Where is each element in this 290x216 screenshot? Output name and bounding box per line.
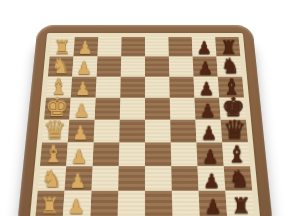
square-b4[interactable] bbox=[118, 166, 145, 191]
square-b5[interactable] bbox=[145, 166, 172, 191]
square-b3[interactable] bbox=[91, 166, 118, 191]
square-a1[interactable]: ♜ bbox=[35, 191, 64, 216]
square-a2[interactable]: ♟ bbox=[63, 191, 92, 216]
piece-black-bishop-c8[interactable]: ♝ bbox=[226, 143, 247, 166]
square-d2[interactable]: ♟ bbox=[68, 120, 95, 143]
square-c8[interactable]: ♝ bbox=[222, 142, 250, 166]
square-c3[interactable] bbox=[92, 142, 119, 166]
square-g2[interactable]: ♟ bbox=[72, 56, 97, 76]
square-d6[interactable] bbox=[170, 120, 196, 143]
piece-white-pawn-a2[interactable]: ♟ bbox=[68, 197, 86, 216]
square-a7[interactable]: ♟ bbox=[199, 191, 228, 216]
square-f6[interactable] bbox=[169, 77, 194, 98]
square-e4[interactable] bbox=[120, 98, 145, 120]
square-h7[interactable]: ♟ bbox=[192, 37, 217, 57]
piece-black-pawn-b7[interactable]: ♟ bbox=[203, 172, 220, 191]
square-b6[interactable] bbox=[171, 166, 198, 191]
square-g5[interactable] bbox=[145, 56, 169, 76]
board-grid: ♜♟♟♜♞♟♟♞♝♟♟♝♚♟♟♚♛♟♟♛♝♟♟♝♞♟♟♞♜♟♟♜ bbox=[35, 37, 254, 216]
square-f2[interactable]: ♟ bbox=[71, 77, 97, 98]
square-c6[interactable] bbox=[171, 142, 198, 166]
square-e7[interactable]: ♟ bbox=[194, 98, 220, 120]
square-h5[interactable] bbox=[145, 37, 169, 57]
piece-white-pawn-h2[interactable]: ♟ bbox=[78, 40, 93, 57]
square-b1[interactable]: ♞ bbox=[38, 166, 66, 191]
square-g4[interactable] bbox=[121, 56, 145, 76]
piece-white-pawn-f2[interactable]: ♟ bbox=[75, 80, 91, 98]
piece-black-pawn-d7[interactable]: ♟ bbox=[201, 124, 218, 143]
square-h2[interactable]: ♟ bbox=[74, 37, 99, 57]
square-e5[interactable] bbox=[145, 98, 170, 120]
chess-board: ♜♟♟♜♞♟♟♞♝♟♟♝♚♟♟♚♛♟♟♛♝♟♟♝♞♟♟♞♜♟♟♜ bbox=[16, 25, 274, 216]
square-f3[interactable] bbox=[96, 77, 121, 98]
piece-black-pawn-g7[interactable]: ♟ bbox=[198, 60, 214, 77]
piece-white-rook-a1[interactable]: ♜ bbox=[39, 195, 59, 216]
square-c1[interactable]: ♝ bbox=[40, 142, 68, 166]
square-b8[interactable]: ♞ bbox=[224, 166, 252, 191]
square-h4[interactable] bbox=[121, 37, 145, 57]
square-h3[interactable] bbox=[97, 37, 121, 57]
square-e6[interactable] bbox=[170, 98, 196, 120]
piece-black-queen-d8[interactable]: ♛ bbox=[223, 117, 246, 143]
square-d8[interactable]: ♛ bbox=[221, 120, 248, 143]
square-a6[interactable] bbox=[172, 191, 200, 216]
piece-black-knight-b8[interactable]: ♞ bbox=[228, 168, 249, 192]
square-g7[interactable]: ♟ bbox=[193, 56, 218, 76]
square-f5[interactable] bbox=[145, 77, 170, 98]
square-d4[interactable] bbox=[119, 120, 145, 143]
square-b2[interactable]: ♟ bbox=[65, 166, 93, 191]
piece-white-pawn-e2[interactable]: ♟ bbox=[74, 102, 90, 120]
square-a8[interactable]: ♜ bbox=[225, 191, 254, 216]
square-d3[interactable] bbox=[94, 120, 120, 143]
piece-black-pawn-e7[interactable]: ♟ bbox=[200, 102, 216, 120]
piece-white-pawn-c2[interactable]: ♟ bbox=[71, 147, 88, 166]
square-e3[interactable] bbox=[95, 98, 121, 120]
square-a4[interactable] bbox=[118, 191, 145, 216]
square-c5[interactable] bbox=[145, 142, 171, 166]
square-b7[interactable]: ♟ bbox=[198, 166, 226, 191]
square-g6[interactable] bbox=[169, 56, 194, 76]
square-c4[interactable] bbox=[119, 142, 145, 166]
square-d7[interactable]: ♟ bbox=[195, 120, 222, 143]
square-e2[interactable]: ♟ bbox=[69, 98, 95, 120]
piece-black-pawn-h7[interactable]: ♟ bbox=[197, 40, 212, 57]
piece-white-bishop-c1[interactable]: ♝ bbox=[43, 143, 64, 166]
piece-black-pawn-a7[interactable]: ♟ bbox=[205, 197, 223, 216]
square-d5[interactable] bbox=[145, 120, 171, 143]
square-g3[interactable] bbox=[96, 56, 121, 76]
piece-white-pawn-d2[interactable]: ♟ bbox=[72, 124, 89, 143]
square-c2[interactable]: ♟ bbox=[66, 142, 93, 166]
piece-white-pawn-b2[interactable]: ♟ bbox=[69, 172, 86, 191]
piece-white-pawn-g2[interactable]: ♟ bbox=[77, 60, 93, 77]
piece-black-pawn-f7[interactable]: ♟ bbox=[199, 80, 215, 98]
piece-black-rook-a8[interactable]: ♜ bbox=[231, 195, 251, 216]
square-a3[interactable] bbox=[90, 191, 118, 216]
piece-black-pawn-c7[interactable]: ♟ bbox=[202, 147, 219, 166]
piece-white-knight-b1[interactable]: ♞ bbox=[41, 168, 62, 192]
square-c7[interactable]: ♟ bbox=[196, 142, 223, 166]
square-f7[interactable]: ♟ bbox=[194, 77, 220, 98]
square-d1[interactable]: ♛ bbox=[42, 120, 69, 143]
square-a5[interactable] bbox=[145, 191, 172, 216]
photo-background: ♜♟♟♜♞♟♟♞♝♟♟♝♚♟♟♚♛♟♟♛♝♟♟♝♞♟♟♞♜♟♟♜ bbox=[0, 0, 290, 216]
square-h6[interactable] bbox=[168, 37, 192, 57]
maple-inlay-border: ♜♟♟♜♞♟♟♞♝♟♟♝♚♟♟♚♛♟♟♛♝♟♟♝♞♟♟♞♜♟♟♜ bbox=[30, 33, 261, 216]
piece-white-queen-d1[interactable]: ♛ bbox=[44, 117, 67, 143]
square-f4[interactable] bbox=[120, 77, 145, 98]
chess-set-scene: ♜♟♟♜♞♟♟♞♝♟♟♝♚♟♟♚♛♟♟♛♝♟♟♝♞♟♟♞♜♟♟♜ bbox=[0, 0, 290, 216]
